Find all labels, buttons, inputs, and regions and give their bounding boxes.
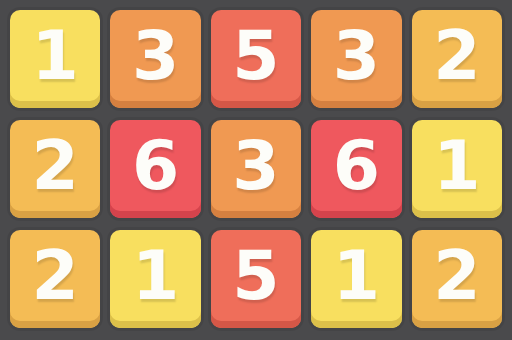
tile-number: 2 — [433, 242, 480, 310]
tile-r1c1[interactable]: 1 — [10, 10, 100, 108]
tile-number: 2 — [433, 22, 480, 90]
tile-r1c2[interactable]: 3 — [110, 10, 200, 108]
tile-r2c3[interactable]: 3 — [211, 120, 301, 218]
tile-r2c4[interactable]: 6 — [311, 120, 401, 218]
tile-number: 2 — [32, 132, 79, 200]
tile-number: 6 — [333, 132, 380, 200]
tile-r1c5[interactable]: 2 — [412, 10, 502, 108]
tile-number: 6 — [132, 132, 179, 200]
tile-r3c5[interactable]: 2 — [412, 230, 502, 328]
tile-number: 1 — [32, 22, 79, 90]
tile-number: 1 — [433, 132, 480, 200]
tile-r1c4[interactable]: 3 — [311, 10, 401, 108]
tile-number: 3 — [132, 22, 179, 90]
tile-number: 3 — [333, 22, 380, 90]
tile-r2c5[interactable]: 1 — [412, 120, 502, 218]
tile-r1c3[interactable]: 5 — [211, 10, 301, 108]
tile-r3c1[interactable]: 2 — [10, 230, 100, 328]
tile-number: 5 — [232, 22, 279, 90]
tile-number: 1 — [333, 242, 380, 310]
tile-number: 5 — [232, 242, 279, 310]
tile-number: 2 — [32, 242, 79, 310]
tile-r3c2[interactable]: 1 — [110, 230, 200, 328]
tile-r2c1[interactable]: 2 — [10, 120, 100, 218]
tile-r3c4[interactable]: 1 — [311, 230, 401, 328]
game-board: 135322636121512 — [0, 0, 512, 340]
game-stage: 135322636121512 — [0, 0, 512, 340]
tile-number: 3 — [232, 132, 279, 200]
tile-r2c2[interactable]: 6 — [110, 120, 200, 218]
tile-r3c3[interactable]: 5 — [211, 230, 301, 328]
tile-number: 1 — [132, 242, 179, 310]
